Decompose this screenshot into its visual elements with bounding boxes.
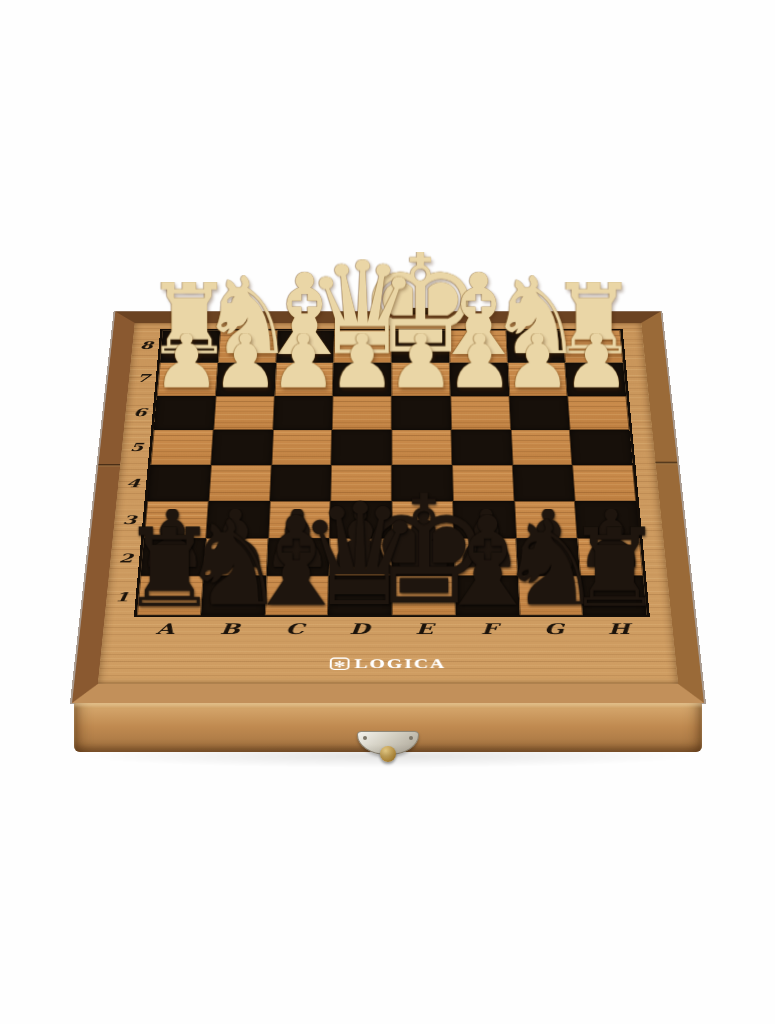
file-label-d: D xyxy=(326,617,391,650)
square-a6 xyxy=(153,396,215,430)
square-c5 xyxy=(271,430,332,465)
clasp-screw-icon xyxy=(409,736,413,740)
chess-board-grid: ♜♞♝♛♚♝♞♜♟♟♟♟♟♟♟♟♟♟♟♟♟♟♟♟♜♞♝♛♚♝♞♜ xyxy=(133,329,649,617)
square-e6 xyxy=(391,396,451,430)
square-h7: ♟ xyxy=(565,363,626,396)
piece-white-pawn: ♟ xyxy=(270,333,337,391)
square-c6 xyxy=(272,396,332,430)
rank-label-6: 6 xyxy=(123,395,153,429)
square-b7: ♟ xyxy=(215,363,275,396)
piece-white-pawn: ♟ xyxy=(445,333,512,391)
square-a5 xyxy=(150,430,213,465)
rank-label-5: 5 xyxy=(120,430,151,465)
file-label-b: B xyxy=(196,617,263,650)
square-b5 xyxy=(210,430,272,465)
brand-logo: ✻ LOGICA xyxy=(97,650,677,684)
file-label-c: C xyxy=(261,617,327,650)
square-h6 xyxy=(567,396,629,430)
logo-flower-icon: ✻ xyxy=(329,657,349,670)
logo-text: LOGICA xyxy=(354,657,446,671)
piece-black-queen: ♛ xyxy=(296,500,423,610)
file-label-h: H xyxy=(585,617,653,650)
square-d1: ♛ xyxy=(328,576,392,615)
fold-seam-left xyxy=(98,464,120,467)
clasp-screw-icon xyxy=(363,736,367,740)
square-e7: ♟ xyxy=(391,363,450,396)
square-g5 xyxy=(510,430,572,465)
file-label-g: G xyxy=(520,617,587,650)
square-f6 xyxy=(450,396,510,430)
square-d5 xyxy=(331,430,391,465)
shadow xyxy=(78,744,698,768)
square-g6 xyxy=(508,396,569,430)
piece-white-pawn: ♟ xyxy=(387,333,454,391)
square-f7: ♟ xyxy=(449,363,508,396)
square-d6 xyxy=(332,396,391,430)
square-h1: ♜ xyxy=(580,576,646,615)
piece-white-pawn: ♟ xyxy=(152,333,219,391)
square-h5 xyxy=(569,430,632,465)
piece-black-rook: ♜ xyxy=(120,526,217,611)
piece-white-pawn: ♟ xyxy=(211,333,278,391)
piece-black-rook: ♜ xyxy=(565,526,662,611)
fold-seam-right xyxy=(655,462,677,465)
square-d7: ♟ xyxy=(332,363,391,396)
square-g7: ♟ xyxy=(507,363,567,396)
file-labels: ABCDEFGH xyxy=(130,617,652,650)
file-label-e: E xyxy=(391,617,456,650)
file-label-a: A xyxy=(130,617,198,650)
product-photo-stage: 87654321 ♜♞♝♛♚♝♞♜♟♟♟♟♟♟♟♟♟♟♟♟♟♟♟♟♜♞♝♛♚♝♞… xyxy=(0,0,775,1024)
board-sheet: 87654321 ♜♞♝♛♚♝♞♜♟♟♟♟♟♟♟♟♟♟♟♟♟♟♟♟♜♞♝♛♚♝♞… xyxy=(97,323,677,684)
square-e5 xyxy=(391,430,451,465)
piece-white-pawn: ♟ xyxy=(328,333,395,391)
square-c7: ♟ xyxy=(274,363,333,396)
square-a7: ♟ xyxy=(156,363,217,396)
square-a1: ♜ xyxy=(136,576,202,615)
square-f5 xyxy=(451,430,512,465)
square-b6 xyxy=(213,396,274,430)
chess-box-top: 87654321 ♜♞♝♛♚♝♞♜♟♟♟♟♟♟♟♟♟♟♟♟♟♟♟♟♜♞♝♛♚♝♞… xyxy=(72,311,704,703)
piece-white-pawn: ♟ xyxy=(504,333,571,391)
piece-white-pawn: ♟ xyxy=(563,333,630,391)
file-label-f: F xyxy=(456,617,522,650)
